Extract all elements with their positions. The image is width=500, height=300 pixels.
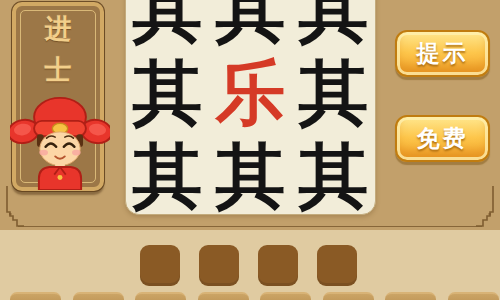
answer-slot[interactable] bbox=[317, 245, 357, 286]
candidate-tile[interactable] bbox=[323, 292, 374, 300]
answer-slot-row bbox=[140, 245, 357, 286]
scholar-mascot-icon bbox=[10, 94, 110, 190]
candidate-tile[interactable] bbox=[135, 292, 186, 300]
puzzle-grid-cell: 其 bbox=[126, 135, 209, 215]
candidate-tile[interactable] bbox=[260, 292, 311, 300]
candidate-tile-row bbox=[10, 292, 499, 300]
board-area: 进 士 bbox=[0, 0, 500, 230]
puzzle-grid-cell-highlight: 乐 bbox=[209, 52, 292, 135]
rank-char-2: 士 bbox=[45, 56, 72, 84]
candidate-tile[interactable] bbox=[385, 292, 436, 300]
puzzle-grid-cell: 其 bbox=[209, 135, 292, 215]
puzzle-grid-cell: 其 bbox=[292, 0, 375, 52]
game-screen: 进 士 bbox=[0, 0, 500, 300]
free-button[interactable]: 免费 bbox=[395, 115, 490, 162]
puzzle-grid-cell: 其 bbox=[292, 135, 375, 215]
rank-title: 进 士 bbox=[16, 15, 100, 84]
rank-plaque: 进 士 bbox=[12, 2, 104, 191]
frame-corner-ornament-left bbox=[2, 186, 24, 228]
candidate-tile[interactable] bbox=[198, 292, 249, 300]
answer-slot[interactable] bbox=[199, 245, 239, 286]
candidate-tile[interactable] bbox=[448, 292, 499, 300]
hint-button[interactable]: 提示 bbox=[395, 30, 490, 77]
rank-char-1: 进 bbox=[45, 15, 72, 43]
puzzle-grid-cell: 其 bbox=[126, 0, 209, 52]
candidate-tile[interactable] bbox=[10, 292, 61, 300]
puzzle-panel: 其 其 其 其 乐 其 其 其 其 bbox=[125, 0, 376, 215]
puzzle-grid-cell: 其 bbox=[209, 0, 292, 52]
answer-slot[interactable] bbox=[140, 245, 180, 286]
puzzle-grid-cell: 其 bbox=[292, 52, 375, 135]
candidate-tile[interactable] bbox=[73, 292, 124, 300]
frame-corner-ornament-right bbox=[476, 186, 498, 228]
answer-slot[interactable] bbox=[258, 245, 298, 286]
frame-border-line bbox=[18, 226, 482, 227]
puzzle-grid: 其 其 其 其 乐 其 其 其 其 bbox=[126, 0, 375, 215]
puzzle-grid-cell: 其 bbox=[126, 52, 209, 135]
